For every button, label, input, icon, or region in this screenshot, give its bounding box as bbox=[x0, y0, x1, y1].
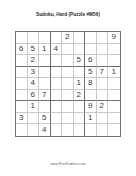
sudoku-cell[interactable] bbox=[97, 90, 109, 102]
sudoku-cell: 2 bbox=[62, 32, 74, 44]
sudoku-cell: 1 bbox=[85, 113, 97, 125]
sudoku-cell: 8 bbox=[85, 78, 97, 90]
sudoku-cell[interactable] bbox=[74, 67, 86, 79]
sudoku-cell[interactable] bbox=[62, 113, 74, 125]
sudoku-cell[interactable] bbox=[51, 113, 63, 125]
sudoku-cell[interactable] bbox=[74, 124, 86, 136]
sudoku-cell[interactable] bbox=[28, 113, 40, 125]
sudoku-cell: 4 bbox=[28, 78, 40, 90]
sudoku-cell: 3 bbox=[16, 113, 28, 125]
sudoku-cell[interactable] bbox=[62, 44, 74, 56]
sudoku-cell[interactable] bbox=[16, 55, 28, 67]
sudoku-cell[interactable] bbox=[85, 44, 97, 56]
sudoku-cell[interactable] bbox=[51, 90, 63, 102]
sudoku-cell: 9 bbox=[85, 101, 97, 113]
sudoku-cell[interactable] bbox=[39, 32, 51, 44]
sudoku-cell[interactable] bbox=[51, 32, 63, 44]
sudoku-cell[interactable] bbox=[74, 101, 86, 113]
puzzle-page: Sudoku, Hard (Puzzle #M56) 2965142563571… bbox=[0, 0, 136, 176]
sudoku-cell: 5 bbox=[39, 113, 51, 125]
sudoku-cell: 5 bbox=[85, 67, 97, 79]
sudoku-cell[interactable] bbox=[108, 101, 120, 113]
sudoku-cell[interactable] bbox=[85, 124, 97, 136]
sudoku-cell[interactable] bbox=[51, 67, 63, 79]
sudoku-cell[interactable] bbox=[16, 67, 28, 79]
sudoku-cell[interactable] bbox=[16, 124, 28, 136]
sudoku-cell: 9 bbox=[108, 32, 120, 44]
sudoku-cell[interactable] bbox=[51, 124, 63, 136]
sudoku-cell[interactable] bbox=[16, 78, 28, 90]
sudoku-cell: 5 bbox=[74, 55, 86, 67]
sudoku-cell: 4 bbox=[39, 124, 51, 136]
footer-url: www.PrintSudoku.com bbox=[29, 162, 108, 165]
sudoku-cell[interactable] bbox=[74, 44, 86, 56]
sudoku-cell[interactable] bbox=[97, 124, 109, 136]
sudoku-cell[interactable] bbox=[108, 113, 120, 125]
sudoku-cell[interactable] bbox=[62, 101, 74, 113]
puzzle-title: Sudoku, Hard (Puzzle #M56) bbox=[14, 12, 123, 17]
sudoku-cell[interactable] bbox=[39, 55, 51, 67]
sudoku-cell[interactable] bbox=[16, 101, 28, 113]
sudoku-cell[interactable] bbox=[62, 78, 74, 90]
sudoku-cell[interactable] bbox=[62, 55, 74, 67]
sudoku-cell: 6 bbox=[28, 90, 40, 102]
sudoku-cell[interactable] bbox=[97, 113, 109, 125]
sudoku-cell[interactable] bbox=[97, 55, 109, 67]
sudoku-cell[interactable] bbox=[97, 78, 109, 90]
sudoku-cell[interactable] bbox=[74, 32, 86, 44]
sudoku-cell: 1 bbox=[28, 101, 40, 113]
sudoku-cell[interactable] bbox=[16, 32, 28, 44]
sudoku-cell: 1 bbox=[39, 44, 51, 56]
sudoku-cell: 7 bbox=[39, 90, 51, 102]
sudoku-cell: 6 bbox=[16, 44, 28, 56]
sudoku-cell[interactable] bbox=[108, 44, 120, 56]
sudoku-cell[interactable] bbox=[97, 32, 109, 44]
sudoku-cell[interactable] bbox=[51, 55, 63, 67]
sudoku-cell: 4 bbox=[51, 44, 63, 56]
sudoku-cell[interactable] bbox=[62, 124, 74, 136]
sudoku-cell: 2 bbox=[28, 55, 40, 67]
sudoku-cell: 2 bbox=[97, 101, 109, 113]
sudoku-cell[interactable] bbox=[85, 90, 97, 102]
sudoku-cell[interactable] bbox=[51, 101, 63, 113]
sudoku-cell[interactable] bbox=[51, 78, 63, 90]
sudoku-cell: 7 bbox=[97, 67, 109, 79]
sudoku-cell: 1 bbox=[74, 78, 86, 90]
sudoku-cell[interactable] bbox=[97, 44, 109, 56]
sudoku-cell[interactable] bbox=[39, 67, 51, 79]
sudoku-cell[interactable] bbox=[39, 101, 51, 113]
sudoku-cell[interactable] bbox=[108, 78, 120, 90]
sudoku-cell: 6 bbox=[85, 55, 97, 67]
sudoku-cell[interactable] bbox=[28, 124, 40, 136]
sudoku-cell: 1 bbox=[108, 67, 120, 79]
sudoku-cell: 3 bbox=[28, 67, 40, 79]
sudoku-cell: 5 bbox=[28, 44, 40, 56]
sudoku-cell: 2 bbox=[74, 90, 86, 102]
sudoku-cell[interactable] bbox=[108, 55, 120, 67]
sudoku-grid: 29651425635714186721923514 bbox=[15, 31, 121, 137]
sudoku-cell[interactable] bbox=[28, 32, 40, 44]
sudoku-cell[interactable] bbox=[39, 78, 51, 90]
sudoku-cell[interactable] bbox=[62, 67, 74, 79]
sudoku-cell[interactable] bbox=[108, 90, 120, 102]
sudoku-cell[interactable] bbox=[74, 113, 86, 125]
sudoku-cell[interactable] bbox=[108, 124, 120, 136]
sudoku-cell[interactable] bbox=[85, 32, 97, 44]
sudoku-cell[interactable] bbox=[16, 90, 28, 102]
sudoku-cell[interactable] bbox=[62, 90, 74, 102]
